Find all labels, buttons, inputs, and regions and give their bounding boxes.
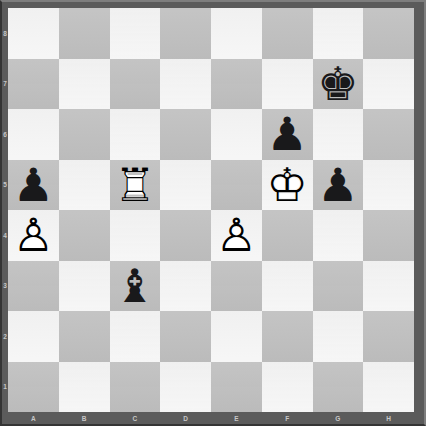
black-pawn-icon[interactable]: ♟: [262, 109, 313, 160]
square-h2[interactable]: [363, 311, 414, 362]
file-label-a: A: [8, 412, 59, 424]
white-king-icon[interactable]: ♚♔: [262, 160, 313, 211]
square-a1[interactable]: [8, 362, 59, 413]
square-e1[interactable]: [211, 362, 262, 413]
white-pawn-icon[interactable]: ♟♙: [211, 210, 262, 261]
square-g4[interactable]: [313, 210, 364, 261]
chess-board-frame: 87654321 ♚♟♟♜♖♚♔♟♟♙♟♙♝ ABCDEFGH: [0, 0, 426, 426]
white-piece-outline: ♔: [262, 160, 313, 211]
file-label-g: G: [313, 412, 364, 424]
square-b1[interactable]: [59, 362, 110, 413]
square-e6[interactable]: [211, 109, 262, 160]
square-e3[interactable]: [211, 261, 262, 312]
white-piece-outline: ♖: [110, 160, 161, 211]
square-f8[interactable]: [262, 8, 313, 59]
square-f5[interactable]: ♚♔: [262, 160, 313, 211]
square-a4[interactable]: ♟♙: [8, 210, 59, 261]
square-a8[interactable]: [8, 8, 59, 59]
square-e7[interactable]: [211, 59, 262, 110]
white-rook-icon[interactable]: ♜♖: [110, 160, 161, 211]
square-a5[interactable]: ♟: [8, 160, 59, 211]
black-king-icon[interactable]: ♚: [313, 59, 364, 110]
square-b7[interactable]: [59, 59, 110, 110]
square-f3[interactable]: [262, 261, 313, 312]
square-d6[interactable]: [160, 109, 211, 160]
square-g1[interactable]: [313, 362, 364, 413]
square-h3[interactable]: [363, 261, 414, 312]
square-c5[interactable]: ♜♖: [110, 160, 161, 211]
chess-board: ♚♟♟♜♖♚♔♟♟♙♟♙♝: [8, 8, 414, 412]
square-b6[interactable]: [59, 109, 110, 160]
square-f6[interactable]: ♟: [262, 109, 313, 160]
square-g3[interactable]: [313, 261, 364, 312]
square-a2[interactable]: [8, 311, 59, 362]
square-e5[interactable]: [211, 160, 262, 211]
square-g2[interactable]: [313, 311, 364, 362]
file-label-b: B: [59, 412, 110, 424]
file-label-f: F: [262, 412, 313, 424]
square-f7[interactable]: [262, 59, 313, 110]
white-pawn-icon[interactable]: ♟♙: [8, 210, 59, 261]
square-a6[interactable]: [8, 109, 59, 160]
square-c7[interactable]: [110, 59, 161, 110]
square-b8[interactable]: [59, 8, 110, 59]
square-e2[interactable]: [211, 311, 262, 362]
square-c3[interactable]: ♝: [110, 261, 161, 312]
file-label-e: E: [211, 412, 262, 424]
square-b2[interactable]: [59, 311, 110, 362]
square-d1[interactable]: [160, 362, 211, 413]
square-d5[interactable]: [160, 160, 211, 211]
square-e4[interactable]: ♟♙: [211, 210, 262, 261]
square-c1[interactable]: [110, 362, 161, 413]
white-piece-outline: ♙: [211, 210, 262, 261]
square-f4[interactable]: [262, 210, 313, 261]
square-d7[interactable]: [160, 59, 211, 110]
square-h1[interactable]: [363, 362, 414, 413]
file-label-h: H: [363, 412, 414, 424]
square-c8[interactable]: [110, 8, 161, 59]
square-e8[interactable]: [211, 8, 262, 59]
square-g8[interactable]: [313, 8, 364, 59]
square-h4[interactable]: [363, 210, 414, 261]
square-g6[interactable]: [313, 109, 364, 160]
square-c4[interactable]: [110, 210, 161, 261]
square-d2[interactable]: [160, 311, 211, 362]
black-bishop-icon[interactable]: ♝: [110, 261, 161, 312]
square-b5[interactable]: [59, 160, 110, 211]
square-b3[interactable]: [59, 261, 110, 312]
square-h8[interactable]: [363, 8, 414, 59]
square-a3[interactable]: [8, 261, 59, 312]
file-label-d: D: [160, 412, 211, 424]
square-g5[interactable]: ♟: [313, 160, 364, 211]
square-f1[interactable]: [262, 362, 313, 413]
square-d3[interactable]: [160, 261, 211, 312]
square-d4[interactable]: [160, 210, 211, 261]
square-h6[interactable]: [363, 109, 414, 160]
file-label-c: C: [110, 412, 161, 424]
black-pawn-icon[interactable]: ♟: [313, 160, 364, 211]
square-c2[interactable]: [110, 311, 161, 362]
square-d8[interactable]: [160, 8, 211, 59]
white-piece-outline: ♙: [8, 210, 59, 261]
square-c6[interactable]: [110, 109, 161, 160]
file-labels: ABCDEFGH: [8, 412, 414, 424]
square-g7[interactable]: ♚: [313, 59, 364, 110]
square-a7[interactable]: [8, 59, 59, 110]
square-h5[interactable]: [363, 160, 414, 211]
square-f2[interactable]: [262, 311, 313, 362]
square-h7[interactable]: [363, 59, 414, 110]
square-b4[interactable]: [59, 210, 110, 261]
black-pawn-icon[interactable]: ♟: [8, 160, 59, 211]
